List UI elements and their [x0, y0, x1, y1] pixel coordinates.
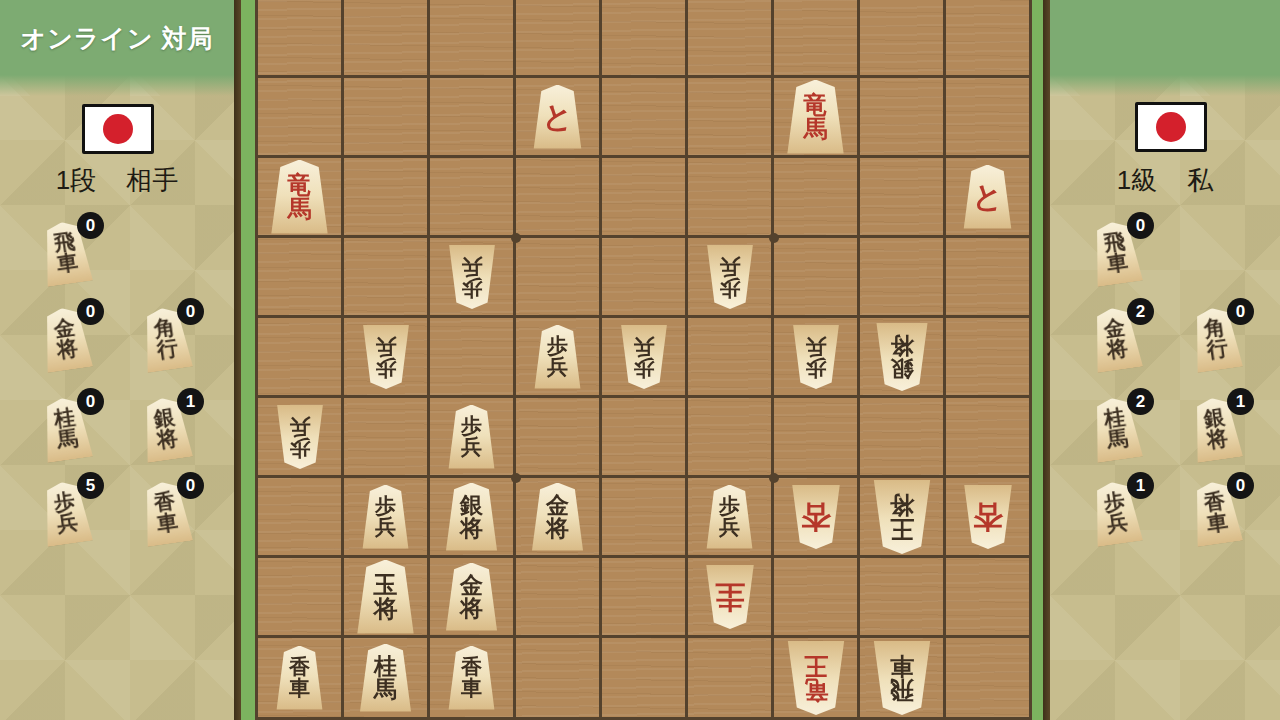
star-point — [511, 473, 521, 483]
board-cell-r6c4[interactable] — [516, 398, 602, 478]
captured-slot-silver: 銀将1 — [140, 398, 192, 460]
star-point — [769, 233, 779, 243]
board-cell-r1c2[interactable] — [344, 0, 430, 78]
board-cell-r1c9[interactable] — [946, 0, 1032, 78]
page-title: オンライン 対局 — [0, 22, 234, 55]
board-cell-r7c8[interactable]: 王将 — [860, 478, 946, 558]
captured-count-knight: 2 — [1127, 388, 1154, 415]
opponent-label: 1段 相手 — [0, 163, 234, 198]
captured-count-knight: 0 — [77, 388, 104, 415]
board-cell-r4c1[interactable] — [258, 238, 344, 318]
my-flag-japan — [1135, 102, 1207, 152]
board-cell-r7c7[interactable]: 杏 — [774, 478, 860, 558]
board-cell-r9c3[interactable]: 香車 — [430, 638, 516, 720]
board-border-left — [241, 0, 255, 720]
board-cell-r5c3[interactable] — [430, 318, 516, 398]
board-cell-r7c4[interactable]: 金将 — [516, 478, 602, 558]
board-piece-lance[interactable]: 香車 — [446, 646, 498, 710]
captured-slot-knight: 桂馬2 — [1090, 398, 1142, 460]
captured-count-rook: 0 — [77, 212, 104, 239]
board-piece-pawn[interactable]: 歩兵 — [274, 405, 326, 469]
board-piece-lance[interactable]: 香車 — [274, 646, 326, 710]
board-cell-r9c2[interactable]: 桂馬 — [344, 638, 430, 720]
opponent-flag-japan — [82, 104, 154, 154]
board-piece-pawn[interactable]: 歩兵 — [360, 325, 412, 389]
captured-count-rook: 0 — [1127, 212, 1154, 239]
board-piece-rook[interactable]: 飛車 — [870, 641, 934, 715]
board-cell-r3c5[interactable] — [602, 158, 688, 238]
japan-flag-sun-icon — [103, 114, 133, 144]
star-point — [511, 233, 521, 243]
board-cell-r3c8[interactable] — [860, 158, 946, 238]
board-cell-r5c2[interactable]: 歩兵 — [344, 318, 430, 398]
board-cell-r8c5[interactable] — [602, 558, 688, 638]
board-cell-r7c6[interactable]: 歩兵 — [688, 478, 774, 558]
board-cell-r3c7[interactable] — [774, 158, 860, 238]
japan-flag-sun-icon — [1156, 112, 1186, 142]
board-frame-left — [234, 0, 241, 720]
board-cell-r7c9[interactable]: 杏 — [946, 478, 1032, 558]
board-piece-pawn[interactable]: 歩兵 — [446, 405, 498, 469]
opponent-name: 相手 — [126, 163, 178, 198]
captured-count-gold: 0 — [77, 298, 104, 325]
board-piece-pawn[interactable]: 歩兵 — [360, 485, 412, 549]
opponent-panel: オンライン 対局 1段 相手 飛車0金将0角行0桂馬0銀将1歩兵5香車0 — [0, 0, 234, 720]
board-cell-r1c4[interactable] — [516, 0, 602, 78]
board-cell-r1c6[interactable] — [688, 0, 774, 78]
board-cell-r2c9[interactable] — [946, 78, 1032, 158]
captured-count-silver: 1 — [177, 388, 204, 415]
board-cell-r4c2[interactable] — [344, 238, 430, 318]
board-cell-r8c3[interactable]: 金将 — [430, 558, 516, 638]
captured-count-pawn: 1 — [1127, 472, 1154, 499]
board-cell-r1c8[interactable] — [860, 0, 946, 78]
board-piece-promoted-knight[interactable]: 圭 — [703, 565, 757, 629]
captured-slot-gold: 金将2 — [1090, 308, 1142, 370]
board-piece-knight[interactable]: 桂馬 — [357, 644, 415, 712]
captured-slot-rook: 飛車0 — [1090, 222, 1142, 284]
board-piece-silver[interactable]: 銀将 — [443, 483, 501, 551]
board-frame-right — [1043, 0, 1050, 720]
board-cell-r6c8[interactable] — [860, 398, 946, 478]
board-cell-r5c4[interactable]: 歩兵 — [516, 318, 602, 398]
captured-slot-knight: 桂馬0 — [40, 398, 92, 460]
board-cell-r9c7[interactable]: 竜王 — [774, 638, 860, 720]
board-cell-r5c6[interactable] — [688, 318, 774, 398]
board-cell-r6c9[interactable] — [946, 398, 1032, 478]
online-match-header: オンライン 対局 — [0, 0, 234, 96]
board-cell-r7c2[interactable]: 歩兵 — [344, 478, 430, 558]
board-piece-pawn[interactable]: 歩兵 — [704, 485, 756, 549]
board-cell-r2c2[interactable] — [344, 78, 430, 158]
star-point — [769, 473, 779, 483]
board-piece-promoted-lance[interactable]: 杏 — [789, 485, 843, 549]
captured-slot-rook: 飛車0 — [40, 222, 92, 284]
board-cell-r1c3[interactable] — [430, 0, 516, 78]
board-cell-r2c6[interactable] — [688, 78, 774, 158]
my-rank: 1級 — [1117, 163, 1157, 198]
board-piece-tokin[interactable]: と — [531, 85, 585, 149]
board-cell-r3c1[interactable]: 竜馬 — [258, 158, 344, 238]
captured-slot-lance: 香車0 — [140, 482, 192, 544]
board-piece-tokin[interactable]: と — [961, 165, 1015, 229]
board-cell-r4c4[interactable] — [516, 238, 602, 318]
board-cell-r8c6[interactable]: 圭 — [688, 558, 774, 638]
board-piece-promoted-lance[interactable]: 杏 — [961, 485, 1015, 549]
my-panel: 1級 私 飛車0金将2角行0桂馬2銀将1歩兵1香車0 — [1050, 0, 1280, 720]
right-header — [1050, 0, 1280, 96]
board-cell-r5c7[interactable]: 歩兵 — [774, 318, 860, 398]
board-piece-gold[interactable]: 金将 — [443, 563, 501, 631]
board-cell-r6c1[interactable]: 歩兵 — [258, 398, 344, 478]
board-cell-r3c9[interactable]: と — [946, 158, 1032, 238]
opponent-rank: 1段 — [56, 163, 96, 198]
board-piece-gold[interactable]: 金将 — [529, 483, 587, 551]
board-cell-r2c1[interactable] — [258, 78, 344, 158]
board-piece-pawn[interactable]: 歩兵 — [618, 325, 670, 389]
board-piece-pawn[interactable]: 歩兵 — [790, 325, 842, 389]
board-cell-r3c4[interactable] — [516, 158, 602, 238]
captured-count-bishop: 0 — [177, 298, 204, 325]
board-cell-r9c6[interactable] — [688, 638, 774, 720]
board-cell-r8c9[interactable] — [946, 558, 1032, 638]
board-cell-r6c6[interactable] — [688, 398, 774, 478]
captured-slot-pawn: 歩兵5 — [40, 482, 92, 544]
captured-count-lance: 0 — [177, 472, 204, 499]
board-piece-promoted-bishop[interactable]: 竜馬 — [268, 160, 332, 234]
board-cell-r5c1[interactable] — [258, 318, 344, 398]
captured-slot-silver: 銀将1 — [1190, 398, 1242, 460]
my-name: 私 — [1187, 163, 1213, 198]
board-cell-r4c3[interactable]: 歩兵 — [430, 238, 516, 318]
board-cell-r8c8[interactable] — [860, 558, 946, 638]
board-cell-r1c5[interactable] — [602, 0, 688, 78]
board-cell-r7c1[interactable] — [258, 478, 344, 558]
board-cell-r8c4[interactable] — [516, 558, 602, 638]
board-cell-r6c3[interactable]: 歩兵 — [430, 398, 516, 478]
board-cell-r5c9[interactable] — [946, 318, 1032, 398]
board-cell-r4c5[interactable] — [602, 238, 688, 318]
board-cell-r4c7[interactable] — [774, 238, 860, 318]
board-piece-pawn[interactable]: 歩兵 — [704, 245, 756, 309]
board-cell-r3c6[interactable] — [688, 158, 774, 238]
board-cell-r9c9[interactable] — [946, 638, 1032, 720]
captured-count-lance: 0 — [1227, 472, 1254, 499]
board-cell-r2c5[interactable] — [602, 78, 688, 158]
board-cell-r6c2[interactable] — [344, 398, 430, 478]
board-piece-pawn[interactable]: 歩兵 — [532, 325, 584, 389]
captured-slot-bishop: 角行0 — [140, 308, 192, 370]
board-piece-king[interactable]: 玉将 — [354, 560, 418, 634]
captured-slot-gold: 金将0 — [40, 308, 92, 370]
board-cell-r5c5[interactable]: 歩兵 — [602, 318, 688, 398]
board-cell-r8c1[interactable] — [258, 558, 344, 638]
captured-slot-pawn: 歩兵1 — [1090, 482, 1142, 544]
board-cell-r2c4[interactable]: と — [516, 78, 602, 158]
board-cell-r9c1[interactable]: 香車 — [258, 638, 344, 720]
board-cell-r4c6[interactable]: 歩兵 — [688, 238, 774, 318]
board-cell-r1c1[interactable] — [258, 0, 344, 78]
board-piece-promoted-bishop[interactable]: 竜馬 — [784, 80, 848, 154]
board-cell-r8c2[interactable]: 玉将 — [344, 558, 430, 638]
board-cell-r7c5[interactable] — [602, 478, 688, 558]
board-cell-r9c4[interactable] — [516, 638, 602, 720]
shogi-board: と竜馬竜馬と歩兵歩兵歩兵歩兵歩兵歩兵銀将歩兵歩兵歩兵銀将金将歩兵杏王将杏玉将金将… — [255, 0, 1029, 720]
captured-slot-bishop: 角行0 — [1190, 308, 1242, 370]
board-piece-king[interactable]: 王将 — [870, 480, 934, 554]
board-cell-r8c7[interactable] — [774, 558, 860, 638]
board-cell-r7c3[interactable]: 銀将 — [430, 478, 516, 558]
board-cell-r2c7[interactable]: 竜馬 — [774, 78, 860, 158]
board-cell-r3c2[interactable] — [344, 158, 430, 238]
captured-slot-lance: 香車0 — [1190, 482, 1242, 544]
board-cell-r1c7[interactable] — [774, 0, 860, 78]
board-cell-r4c8[interactable] — [860, 238, 946, 318]
board-cell-r4c9[interactable] — [946, 238, 1032, 318]
board-piece-promoted-rook[interactable]: 竜王 — [784, 641, 848, 715]
my-label: 1級 私 — [1050, 163, 1280, 198]
board-cell-r6c7[interactable] — [774, 398, 860, 478]
captured-count-silver: 1 — [1227, 388, 1254, 415]
board-cell-r5c8[interactable]: 銀将 — [860, 318, 946, 398]
board-cell-r2c8[interactable] — [860, 78, 946, 158]
board-cell-r2c3[interactable] — [430, 78, 516, 158]
board-piece-silver[interactable]: 銀将 — [873, 323, 931, 391]
board-piece-pawn[interactable]: 歩兵 — [446, 245, 498, 309]
board-cell-r9c5[interactable] — [602, 638, 688, 720]
captured-count-gold: 2 — [1127, 298, 1154, 325]
captured-count-bishop: 0 — [1227, 298, 1254, 325]
board-cell-r3c3[interactable] — [430, 158, 516, 238]
board-cell-r9c8[interactable]: 飛車 — [860, 638, 946, 720]
captured-count-pawn: 5 — [77, 472, 104, 499]
board-cell-r6c5[interactable] — [602, 398, 688, 478]
